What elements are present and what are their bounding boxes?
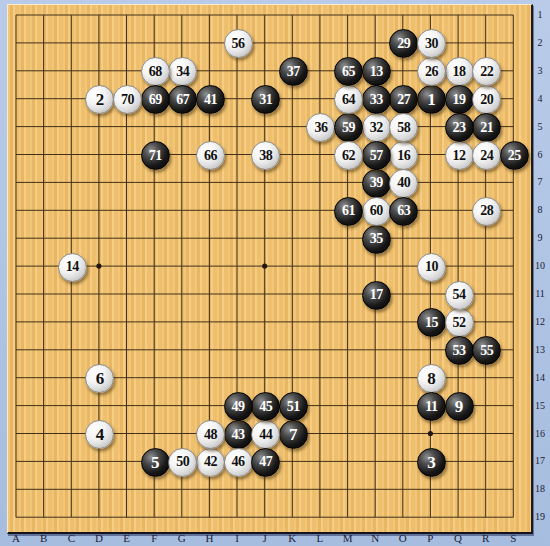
stone-I15-black-move-49: 49: [224, 392, 253, 421]
move-number: 52: [453, 315, 466, 329]
move-number: 69: [149, 92, 162, 106]
stone-J17-black-move-47: 47: [251, 448, 280, 477]
stone-R6-white-move-24: 24: [472, 141, 501, 170]
move-number: 62: [342, 148, 355, 162]
stone-H17-white-move-42: 42: [196, 448, 225, 477]
move-number: 43: [232, 427, 245, 441]
move-number: 50: [176, 455, 189, 469]
stone-J6-white-move-38: 38: [251, 141, 280, 170]
stone-H16-white-move-48: 48: [196, 420, 225, 449]
stone-M5-black-move-59: 59: [334, 113, 363, 142]
move-number: 54: [453, 288, 466, 302]
stone-C10-white-move-14: 14: [58, 253, 87, 282]
move-number: 60: [370, 204, 383, 218]
move-number: 49: [232, 399, 245, 413]
stone-I16-black-move-43: 43: [224, 420, 253, 449]
column-label-R: R: [476, 531, 496, 546]
move-number: 39: [370, 176, 383, 190]
move-number: 15: [425, 315, 438, 329]
stone-Q3-white-move-18: 18: [445, 57, 474, 86]
move-number: 31: [259, 92, 272, 106]
move-number: 21: [480, 120, 493, 134]
column-label-S: S: [503, 531, 523, 546]
move-number: 9: [455, 398, 464, 415]
column-label-N: N: [365, 531, 385, 546]
column-label-E: E: [117, 531, 137, 546]
move-number: 71: [149, 148, 162, 162]
column-label-C: C: [61, 531, 81, 546]
stone-N8-white-move-60: 60: [362, 197, 391, 226]
move-number: 53: [453, 343, 466, 357]
stone-Q13-black-move-53: 53: [445, 336, 474, 365]
row-label-19: 19: [531, 511, 549, 523]
stone-P17-black-move-3: 3: [417, 448, 446, 477]
move-number: 6: [96, 370, 105, 387]
move-number: 40: [397, 176, 410, 190]
move-number: 51: [287, 399, 300, 413]
move-number: 46: [232, 455, 245, 469]
stone-N9-black-move-35: 35: [362, 225, 391, 254]
move-number: 38: [259, 148, 272, 162]
move-number: 3: [427, 453, 436, 470]
move-number: 45: [259, 399, 272, 413]
stone-N4-black-move-33: 33: [362, 85, 391, 114]
move-number: 47: [259, 455, 272, 469]
row-label-1: 1: [531, 9, 549, 21]
move-number: 11: [425, 399, 437, 413]
move-number: 28: [480, 204, 493, 218]
stone-P3-white-move-26: 26: [417, 57, 446, 86]
stone-P15-black-move-11: 11: [417, 392, 446, 421]
stone-I2-white-move-56: 56: [224, 29, 253, 58]
stone-K16-black-move-7: 7: [279, 420, 308, 449]
stone-P10-white-move-10: 10: [417, 253, 446, 282]
move-number: 23: [453, 120, 466, 134]
move-number: 66: [204, 148, 217, 162]
column-label-K: K: [282, 531, 302, 546]
move-number: 22: [480, 64, 493, 78]
move-number: 7: [289, 426, 298, 443]
stone-N7-black-move-39: 39: [362, 169, 391, 198]
move-number: 67: [176, 92, 189, 106]
move-number: 27: [397, 92, 410, 106]
move-number: 20: [480, 92, 493, 106]
move-number: 24: [480, 148, 493, 162]
stone-N6-black-move-57: 57: [362, 141, 391, 170]
column-label-B: B: [34, 531, 54, 546]
move-number: 2: [96, 91, 105, 108]
stone-H4-black-move-41: 41: [196, 85, 225, 114]
column-label-Q: Q: [448, 531, 468, 546]
stone-Q6-white-move-12: 12: [445, 141, 474, 170]
stone-S6-black-move-25: 25: [500, 141, 529, 170]
move-number: 57: [370, 148, 383, 162]
stone-Q12-white-move-52: 52: [445, 308, 474, 337]
row-label-18: 18: [531, 483, 549, 495]
row-label-9: 9: [531, 232, 549, 244]
move-number: 17: [370, 288, 383, 302]
move-number: 10: [425, 260, 438, 274]
column-label-P: P: [420, 531, 440, 546]
move-number: 35: [370, 232, 383, 246]
move-number: 64: [342, 92, 355, 106]
move-number: 18: [453, 64, 466, 78]
stone-M6-white-move-62: 62: [334, 141, 363, 170]
row-label-4: 4: [531, 93, 549, 105]
move-number: 1: [427, 91, 436, 108]
stone-I17-white-move-46: 46: [224, 448, 253, 477]
move-number: 26: [425, 64, 438, 78]
move-number: 4: [96, 426, 105, 443]
move-number: 29: [397, 36, 410, 50]
row-label-17: 17: [531, 455, 549, 467]
stone-O7-white-move-40: 40: [389, 169, 418, 198]
column-label-J: J: [255, 531, 275, 546]
column-label-O: O: [393, 531, 413, 546]
stone-Q11-white-move-54: 54: [445, 281, 474, 310]
stone-N3-black-move-13: 13: [362, 57, 391, 86]
move-number: 63: [397, 204, 410, 218]
stone-P4-black-move-1: 1: [417, 85, 446, 114]
stone-Q4-black-move-19: 19: [445, 85, 474, 114]
move-number: 12: [453, 148, 466, 162]
stone-Q15-black-move-9: 9: [445, 392, 474, 421]
move-number: 19: [453, 92, 466, 106]
stone-K15-black-move-51: 51: [279, 392, 308, 421]
row-label-15: 15: [531, 400, 549, 412]
stone-R8-white-move-28: 28: [472, 197, 501, 226]
move-number: 68: [149, 64, 162, 78]
stone-F17-black-move-5: 5: [141, 448, 170, 477]
column-label-F: F: [144, 531, 164, 546]
stone-N5-white-move-32: 32: [362, 113, 391, 142]
row-label-13: 13: [531, 344, 549, 356]
stone-F6-black-move-71: 71: [141, 141, 170, 170]
stone-H6-white-move-66: 66: [196, 141, 225, 170]
go-board-window: 1234567891011121314151617181920212223242…: [0, 0, 550, 546]
stone-G17-white-move-50: 50: [168, 448, 197, 477]
move-number: 65: [342, 64, 355, 78]
move-number: 14: [66, 260, 79, 274]
column-label-A: A: [6, 531, 26, 546]
column-label-D: D: [89, 531, 109, 546]
row-label-6: 6: [531, 149, 549, 161]
row-label-14: 14: [531, 372, 549, 384]
row-label-10: 10: [531, 260, 549, 272]
stone-P14-white-move-8: 8: [417, 364, 446, 393]
move-number: 8: [427, 370, 436, 387]
move-number: 42: [204, 455, 217, 469]
row-label-12: 12: [531, 316, 549, 328]
stone-M8-black-move-61: 61: [334, 197, 363, 226]
row-label-11: 11: [531, 288, 549, 300]
row-label-16: 16: [531, 428, 549, 440]
row-label-3: 3: [531, 65, 549, 77]
row-label-7: 7: [531, 176, 549, 188]
move-number: 16: [397, 148, 410, 162]
stone-K3-black-move-37: 37: [279, 57, 308, 86]
column-label-I: I: [227, 531, 247, 546]
column-label-M: M: [338, 531, 358, 546]
column-label-L: L: [310, 531, 330, 546]
move-number: 25: [508, 148, 521, 162]
row-label-8: 8: [531, 204, 549, 216]
column-label-H: H: [199, 531, 219, 546]
stone-O8-black-move-63: 63: [389, 197, 418, 226]
move-number: 55: [480, 343, 493, 357]
stone-J16-white-move-44: 44: [251, 420, 280, 449]
move-number: 37: [287, 64, 300, 78]
move-number: 32: [370, 120, 383, 134]
move-number: 30: [425, 36, 438, 50]
stone-F3-white-move-68: 68: [141, 57, 170, 86]
move-number: 41: [204, 92, 217, 106]
move-number: 36: [314, 120, 327, 134]
row-label-5: 5: [531, 121, 549, 133]
move-number: 48: [204, 427, 217, 441]
move-number: 13: [370, 64, 383, 78]
stone-F4-black-move-69: 69: [141, 85, 170, 114]
column-label-G: G: [172, 531, 192, 546]
move-number: 5: [151, 453, 160, 470]
move-number: 33: [370, 92, 383, 106]
move-number: 56: [232, 36, 245, 50]
move-number: 61: [342, 204, 355, 218]
stone-Q5-black-move-23: 23: [445, 113, 474, 142]
move-number: 44: [259, 427, 272, 441]
row-label-2: 2: [531, 37, 549, 49]
move-number: 59: [342, 120, 355, 134]
stone-E4-white-move-70: 70: [113, 85, 142, 114]
move-number: 58: [397, 120, 410, 134]
move-number: 70: [121, 92, 134, 106]
move-number: 34: [176, 64, 189, 78]
stone-N11-black-move-17: 17: [362, 281, 391, 310]
